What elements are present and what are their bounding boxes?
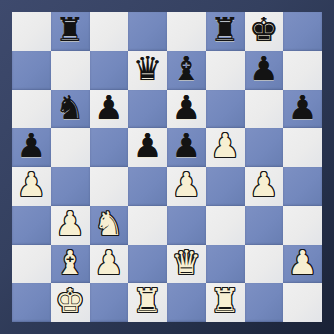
square-h2[interactable]: ♟ bbox=[283, 245, 322, 284]
square-g2[interactable] bbox=[245, 245, 284, 284]
piece-black-king[interactable]: ♚ bbox=[249, 12, 279, 50]
piece-black-pawn[interactable]: ♟ bbox=[249, 51, 279, 89]
square-d7[interactable]: ♛ bbox=[128, 51, 167, 90]
piece-white-pawn[interactable]: ♟ bbox=[288, 245, 318, 283]
square-e1[interactable] bbox=[167, 283, 206, 322]
square-g1[interactable] bbox=[245, 283, 284, 322]
square-c2[interactable]: ♟ bbox=[90, 245, 129, 284]
piece-black-pawn[interactable]: ♟ bbox=[172, 128, 202, 166]
square-a6[interactable] bbox=[12, 90, 51, 129]
piece-black-pawn[interactable]: ♟ bbox=[172, 90, 202, 128]
square-b6[interactable]: ♞ bbox=[51, 90, 90, 129]
square-d4[interactable] bbox=[128, 167, 167, 206]
square-a7[interactable] bbox=[12, 51, 51, 90]
square-f6[interactable] bbox=[206, 90, 245, 129]
chess-board: ♜♜♚♛♝♟♞♟♟♟♟♟♟♟♟♟♟♟♞♝♟♛♟♚♜♜ bbox=[12, 12, 322, 322]
piece-black-rook[interactable]: ♜ bbox=[55, 12, 85, 50]
square-f5[interactable]: ♟ bbox=[206, 128, 245, 167]
square-a5[interactable]: ♟ bbox=[12, 128, 51, 167]
square-g7[interactable]: ♟ bbox=[245, 51, 284, 90]
piece-white-pawn[interactable]: ♟ bbox=[55, 206, 85, 244]
piece-black-pawn[interactable]: ♟ bbox=[133, 128, 163, 166]
piece-white-bishop[interactable]: ♝ bbox=[55, 245, 85, 283]
square-e3[interactable] bbox=[167, 206, 206, 245]
square-h6[interactable]: ♟ bbox=[283, 90, 322, 129]
square-f2[interactable] bbox=[206, 245, 245, 284]
square-d3[interactable] bbox=[128, 206, 167, 245]
square-c4[interactable] bbox=[90, 167, 129, 206]
square-e4[interactable]: ♟ bbox=[167, 167, 206, 206]
square-c6[interactable]: ♟ bbox=[90, 90, 129, 129]
square-c5[interactable] bbox=[90, 128, 129, 167]
square-b7[interactable] bbox=[51, 51, 90, 90]
square-d6[interactable] bbox=[128, 90, 167, 129]
square-h8[interactable] bbox=[283, 12, 322, 51]
square-a8[interactable] bbox=[12, 12, 51, 51]
square-b1[interactable]: ♚ bbox=[51, 283, 90, 322]
square-e2[interactable]: ♛ bbox=[167, 245, 206, 284]
square-a1[interactable] bbox=[12, 283, 51, 322]
square-e8[interactable] bbox=[167, 12, 206, 51]
square-h1[interactable] bbox=[283, 283, 322, 322]
piece-white-rook[interactable]: ♜ bbox=[210, 283, 240, 321]
piece-black-rook[interactable]: ♜ bbox=[210, 12, 240, 50]
square-d8[interactable] bbox=[128, 12, 167, 51]
square-c7[interactable] bbox=[90, 51, 129, 90]
piece-white-pawn[interactable]: ♟ bbox=[249, 167, 279, 205]
piece-white-king[interactable]: ♚ bbox=[55, 283, 85, 321]
piece-black-queen[interactable]: ♛ bbox=[133, 51, 163, 89]
square-g3[interactable] bbox=[245, 206, 284, 245]
board-frame: ♜♜♚♛♝♟♞♟♟♟♟♟♟♟♟♟♟♟♞♝♟♛♟♚♜♜ bbox=[0, 0, 334, 334]
square-h5[interactable] bbox=[283, 128, 322, 167]
square-a2[interactable] bbox=[12, 245, 51, 284]
square-e6[interactable]: ♟ bbox=[167, 90, 206, 129]
piece-white-pawn[interactable]: ♟ bbox=[172, 167, 202, 205]
square-c1[interactable] bbox=[90, 283, 129, 322]
square-g6[interactable] bbox=[245, 90, 284, 129]
square-b4[interactable] bbox=[51, 167, 90, 206]
square-a3[interactable] bbox=[12, 206, 51, 245]
square-h7[interactable] bbox=[283, 51, 322, 90]
square-b5[interactable] bbox=[51, 128, 90, 167]
square-f8[interactable]: ♜ bbox=[206, 12, 245, 51]
piece-black-knight[interactable]: ♞ bbox=[55, 90, 85, 128]
piece-black-pawn[interactable]: ♟ bbox=[94, 90, 124, 128]
square-e5[interactable]: ♟ bbox=[167, 128, 206, 167]
square-c3[interactable]: ♞ bbox=[90, 206, 129, 245]
piece-white-pawn[interactable]: ♟ bbox=[94, 245, 124, 283]
square-g5[interactable] bbox=[245, 128, 284, 167]
square-c8[interactable] bbox=[90, 12, 129, 51]
piece-white-pawn[interactable]: ♟ bbox=[17, 167, 47, 205]
square-f7[interactable] bbox=[206, 51, 245, 90]
piece-black-pawn[interactable]: ♟ bbox=[17, 128, 47, 166]
square-d1[interactable]: ♜ bbox=[128, 283, 167, 322]
square-f4[interactable] bbox=[206, 167, 245, 206]
square-f1[interactable]: ♜ bbox=[206, 283, 245, 322]
square-g4[interactable]: ♟ bbox=[245, 167, 284, 206]
square-a4[interactable]: ♟ bbox=[12, 167, 51, 206]
square-d2[interactable] bbox=[128, 245, 167, 284]
square-h3[interactable] bbox=[283, 206, 322, 245]
square-d5[interactable]: ♟ bbox=[128, 128, 167, 167]
piece-black-pawn[interactable]: ♟ bbox=[288, 90, 318, 128]
piece-white-pawn[interactable]: ♟ bbox=[210, 128, 240, 166]
square-h4[interactable] bbox=[283, 167, 322, 206]
piece-black-bishop[interactable]: ♝ bbox=[172, 51, 202, 89]
square-e7[interactable]: ♝ bbox=[167, 51, 206, 90]
square-g8[interactable]: ♚ bbox=[245, 12, 284, 51]
piece-white-queen[interactable]: ♛ bbox=[172, 245, 202, 283]
square-b8[interactable]: ♜ bbox=[51, 12, 90, 51]
piece-white-knight[interactable]: ♞ bbox=[94, 206, 124, 244]
square-b3[interactable]: ♟ bbox=[51, 206, 90, 245]
square-f3[interactable] bbox=[206, 206, 245, 245]
square-b2[interactable]: ♝ bbox=[51, 245, 90, 284]
piece-white-rook[interactable]: ♜ bbox=[133, 283, 163, 321]
